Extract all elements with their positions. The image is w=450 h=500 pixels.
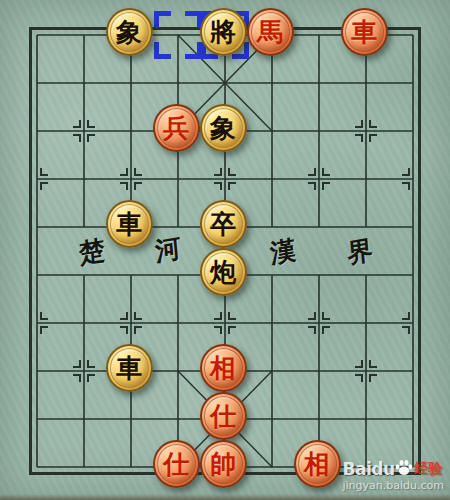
piece-black-elephant[interactable]: 象	[106, 8, 153, 56]
board-point[interactable]: 象	[108, 11, 155, 59]
piece-black-chariot[interactable]: 車	[106, 344, 153, 392]
board-point[interactable]: 車	[343, 11, 390, 59]
board-point[interactable]: 帥	[202, 443, 249, 491]
board-point[interactable]: 馬	[249, 11, 296, 59]
board-point[interactable]: 炮	[202, 251, 249, 299]
board-point[interactable]: 兵	[155, 107, 202, 155]
piece-red-horse[interactable]: 馬	[247, 8, 294, 56]
piece-red-general[interactable]: 帥	[200, 440, 247, 488]
board-point[interactable]: 仕	[202, 395, 249, 443]
piece-black-soldier[interactable]: 卒	[200, 200, 247, 248]
board-point[interactable]: 卒	[202, 203, 249, 251]
xiangqi-board[interactable]: 象將馬車兵象車卒炮車相仕仕帥相	[14, 11, 437, 491]
jingyan-logo-text: 经验	[415, 461, 443, 476]
baidu-paw-icon	[394, 459, 414, 477]
piece-red-elephant[interactable]: 相	[200, 344, 247, 392]
piece-black-chariot[interactable]: 車	[106, 200, 153, 248]
board-point[interactable]	[155, 11, 202, 59]
board-point[interactable]: 相	[202, 347, 249, 395]
last-move-marker	[154, 11, 202, 59]
watermark-baidu-jingyan: Baidu 经验 jingyan.baidu.com	[342, 459, 444, 492]
board-point[interactable]: 仕	[155, 443, 202, 491]
board-point[interactable]: 車	[108, 347, 155, 395]
piece-red-soldier[interactable]: 兵	[153, 104, 200, 152]
piece-red-advisor[interactable]: 仕	[200, 392, 247, 440]
piece-black-elephant[interactable]: 象	[200, 104, 247, 152]
piece-red-chariot[interactable]: 車	[341, 8, 388, 56]
board-point[interactable]: 象	[202, 107, 249, 155]
piece-red-advisor[interactable]: 仕	[153, 440, 200, 488]
xiangqi-game-screenshot: 象將馬車兵象車卒炮車相仕仕帥相 楚 河 漢 界 Baidu 经验 jingyan…	[0, 0, 450, 500]
watermark-url: jingyan.baidu.com	[342, 480, 444, 492]
piece-black-general[interactable]: 將	[200, 8, 247, 56]
piece-black-cannon[interactable]: 炮	[200, 248, 247, 296]
board-point[interactable]: 車	[108, 203, 155, 251]
board-point[interactable]: 相	[296, 443, 343, 491]
piece-red-elephant[interactable]: 相	[294, 440, 341, 488]
baidu-logo-text: Baidu	[342, 460, 394, 479]
